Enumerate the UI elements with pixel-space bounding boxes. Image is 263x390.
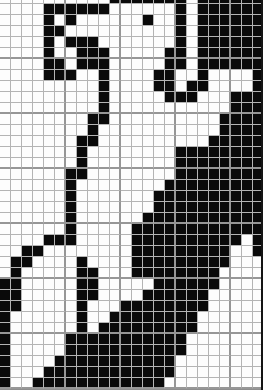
- grid-cell: [176, 334, 187, 345]
- grid-cell: [231, 202, 242, 213]
- grid-cell: [55, 367, 66, 378]
- grid-cell: [176, 378, 187, 389]
- grid-cell: [11, 301, 22, 312]
- grid-cell: [121, 246, 132, 257]
- grid-cell: [165, 81, 176, 92]
- grid-cell: [187, 15, 198, 26]
- grid-cell: [22, 334, 33, 345]
- grid-cell: [198, 59, 209, 70]
- grid-cell: [220, 191, 231, 202]
- grid-cell: [187, 92, 198, 103]
- grid-cell: [22, 312, 33, 323]
- grid-cell: [143, 125, 154, 136]
- grid-cell: [121, 81, 132, 92]
- grid-cell: [99, 147, 110, 158]
- grid-cell: [231, 92, 242, 103]
- grid-cell: [143, 180, 154, 191]
- grid-cell: [77, 323, 88, 334]
- grid-cell: [143, 323, 154, 334]
- grid-cell: [66, 334, 77, 345]
- grid-cell: [44, 334, 55, 345]
- grid-cell: [242, 4, 253, 15]
- grid-cell: [99, 312, 110, 323]
- grid-cell: [110, 224, 121, 235]
- grid-cell: [209, 147, 220, 158]
- grid-cell: [33, 114, 44, 125]
- grid-cell: [44, 235, 55, 246]
- grid-cell: [0, 147, 11, 158]
- grid-cell: [231, 136, 242, 147]
- grid-cell: [88, 224, 99, 235]
- grid-cell: [88, 356, 99, 367]
- grid-cell: [44, 290, 55, 301]
- grid-cell: [154, 378, 165, 389]
- grid-cell: [132, 103, 143, 114]
- grid-cell: [22, 158, 33, 169]
- grid-cell: [66, 246, 77, 257]
- grid-cell: [99, 48, 110, 59]
- grid-cell: [99, 125, 110, 136]
- grid-cell: [55, 224, 66, 235]
- grid-cell: [242, 158, 253, 169]
- grid-cell: [121, 158, 132, 169]
- grid-cell: [55, 147, 66, 158]
- grid-cell: [220, 312, 231, 323]
- grid-cell: [132, 114, 143, 125]
- grid-cell: [22, 356, 33, 367]
- grid-cell: [154, 48, 165, 59]
- grid-cell: [132, 136, 143, 147]
- grid-cell: [231, 235, 242, 246]
- grid-cell: [165, 180, 176, 191]
- grid-cell: [242, 235, 253, 246]
- grid-cell: [132, 224, 143, 235]
- grid-cell: [22, 202, 33, 213]
- grid-cell: [110, 48, 121, 59]
- grid-cell: [88, 147, 99, 158]
- grid-cell: [66, 103, 77, 114]
- grid-cell: [231, 37, 242, 48]
- grid-cell: [0, 301, 11, 312]
- grid-cell: [55, 202, 66, 213]
- grid-cell: [77, 290, 88, 301]
- grid-cell: [110, 213, 121, 224]
- grid-cell: [176, 15, 187, 26]
- grid-cell: [99, 345, 110, 356]
- grid-cell: [242, 191, 253, 202]
- grid-cell: [55, 37, 66, 48]
- grid-cell: [11, 191, 22, 202]
- grid-cell: [22, 224, 33, 235]
- grid-cell: [66, 125, 77, 136]
- grid-cell: [176, 26, 187, 37]
- grid-cell: [165, 48, 176, 59]
- grid-cell: [187, 279, 198, 290]
- grid-cell: [0, 169, 11, 180]
- grid-cell: [220, 92, 231, 103]
- grid-cell: [88, 367, 99, 378]
- grid-cell: [55, 15, 66, 26]
- grid-cell: [242, 257, 253, 268]
- grid-cell: [220, 345, 231, 356]
- grid-cell: [33, 235, 44, 246]
- grid-cell: [99, 4, 110, 15]
- grid-cell: [154, 224, 165, 235]
- grid-cell: [88, 26, 99, 37]
- grid-cell: [55, 334, 66, 345]
- grid-cell: [165, 367, 176, 378]
- grid-cell: [88, 4, 99, 15]
- grid-cell: [242, 290, 253, 301]
- grid-cell: [77, 246, 88, 257]
- grid-cell: [110, 257, 121, 268]
- grid-cell: [22, 279, 33, 290]
- grid-cell: [198, 125, 209, 136]
- grid-cell: [187, 202, 198, 213]
- grid-cell: [242, 136, 253, 147]
- grid-cell: [66, 290, 77, 301]
- grid-cell: [0, 323, 11, 334]
- grid-cell: [55, 81, 66, 92]
- grid-cell: [242, 356, 253, 367]
- grid-cell: [220, 246, 231, 257]
- grid-cell: [121, 180, 132, 191]
- grid-cell: [187, 345, 198, 356]
- grid-cell: [110, 4, 121, 15]
- grid-cell: [88, 103, 99, 114]
- grid-cell: [99, 180, 110, 191]
- grid-cell: [99, 334, 110, 345]
- grid-cell: [44, 114, 55, 125]
- grid-cell: [66, 356, 77, 367]
- grid-cell: [154, 334, 165, 345]
- grid-cell: [11, 356, 22, 367]
- grid-cell: [0, 257, 11, 268]
- grid-cell: [154, 290, 165, 301]
- grid-cell: [165, 224, 176, 235]
- grid-cell: [66, 169, 77, 180]
- grid-cell: [77, 312, 88, 323]
- grid-cell: [143, 224, 154, 235]
- grid-cell: [22, 125, 33, 136]
- grid-cell: [176, 312, 187, 323]
- grid-cell: [209, 290, 220, 301]
- grid-cell: [121, 48, 132, 59]
- grid-cell: [110, 323, 121, 334]
- grid-cell: [198, 268, 209, 279]
- grid-cell: [121, 26, 132, 37]
- grid-cell: [33, 158, 44, 169]
- grid-cell: [110, 114, 121, 125]
- grid-cell: [132, 202, 143, 213]
- grid-cell: [242, 301, 253, 312]
- grid-cell: [132, 301, 143, 312]
- grid-cell: [165, 268, 176, 279]
- grid-cell: [187, 378, 198, 389]
- grid-cell: [22, 26, 33, 37]
- grid-cell: [55, 345, 66, 356]
- grid-cell: [198, 202, 209, 213]
- grid-cell: [176, 213, 187, 224]
- grid-cell: [55, 59, 66, 70]
- grid-cell: [209, 224, 220, 235]
- grid-cell: [154, 367, 165, 378]
- grid-cell: [198, 334, 209, 345]
- grid-cell: [55, 26, 66, 37]
- grid-cell: [154, 345, 165, 356]
- grid-cell: [11, 279, 22, 290]
- grid-cell: [231, 257, 242, 268]
- grid-cell: [88, 37, 99, 48]
- grid-cell: [242, 92, 253, 103]
- grid-cell: [132, 158, 143, 169]
- grid-cell: [77, 202, 88, 213]
- grid-cell: [66, 136, 77, 147]
- grid-cell: [121, 290, 132, 301]
- grid-cell: [55, 114, 66, 125]
- grid-cell: [55, 312, 66, 323]
- grid-cell: [110, 169, 121, 180]
- grid-cell: [198, 301, 209, 312]
- grid-cell: [198, 26, 209, 37]
- grid-cell: [77, 268, 88, 279]
- grid-cell: [88, 92, 99, 103]
- grid-cell: [22, 191, 33, 202]
- grid-cell: [33, 59, 44, 70]
- grid-cell: [11, 202, 22, 213]
- grid-cell: [198, 323, 209, 334]
- grid-cell: [33, 378, 44, 389]
- grid-cell: [110, 235, 121, 246]
- grid-cell: [11, 103, 22, 114]
- grid-cell: [154, 158, 165, 169]
- grid-cell: [165, 290, 176, 301]
- grid-cell: [66, 235, 77, 246]
- grid-cell: [132, 290, 143, 301]
- grid-cell: [0, 37, 11, 48]
- grid-cell: [165, 257, 176, 268]
- grid-cell: [220, 158, 231, 169]
- grid-cell: [187, 268, 198, 279]
- grid-cell: [154, 323, 165, 334]
- grid-cell: [198, 103, 209, 114]
- grid-cell: [33, 301, 44, 312]
- grid-cell: [11, 290, 22, 301]
- grid-cell: [198, 356, 209, 367]
- grid-cell: [44, 345, 55, 356]
- grid-cell: [187, 213, 198, 224]
- grid-cell: [121, 202, 132, 213]
- grid-cell: [44, 367, 55, 378]
- grid-cell: [176, 4, 187, 15]
- grid-cell: [231, 147, 242, 158]
- grid-cell: [0, 81, 11, 92]
- grid-cell: [0, 268, 11, 279]
- grid-cell: [110, 26, 121, 37]
- grid-cell: [143, 26, 154, 37]
- grid-cell: [99, 191, 110, 202]
- grid-cell: [143, 92, 154, 103]
- grid-cell: [99, 378, 110, 389]
- grid-cell: [220, 4, 231, 15]
- grid-cell: [220, 26, 231, 37]
- grid-cell: [110, 81, 121, 92]
- grid-cell: [143, 378, 154, 389]
- grid-cell: [242, 279, 253, 290]
- grid-cell: [231, 213, 242, 224]
- grid-cell: [231, 268, 242, 279]
- grid-cell: [187, 147, 198, 158]
- grid-cell: [209, 257, 220, 268]
- grid-cell: [132, 246, 143, 257]
- grid-cell: [132, 26, 143, 37]
- grid-cell: [209, 169, 220, 180]
- grid-cell: [55, 180, 66, 191]
- grid-cell: [143, 103, 154, 114]
- grid-cell: [187, 48, 198, 59]
- grid-cell: [143, 246, 154, 257]
- grid-cell: [165, 323, 176, 334]
- grid-cell: [33, 345, 44, 356]
- grid-cell: [209, 191, 220, 202]
- grid-cell: [187, 4, 198, 15]
- grid-cell: [11, 224, 22, 235]
- grid-cell: [44, 37, 55, 48]
- grid-cell: [11, 257, 22, 268]
- grid-cell: [0, 48, 11, 59]
- grid-cell: [132, 92, 143, 103]
- grid-cell: [44, 257, 55, 268]
- grid-cell: [242, 114, 253, 125]
- grid-cell: [11, 378, 22, 389]
- grid-cell: [242, 169, 253, 180]
- grid-cell: [231, 180, 242, 191]
- grid-cell: [198, 147, 209, 158]
- grid-cell: [231, 356, 242, 367]
- grid-cell: [11, 92, 22, 103]
- grid-cell: [121, 345, 132, 356]
- grid-cell: [121, 213, 132, 224]
- grid-cell: [198, 191, 209, 202]
- grid-cell: [55, 279, 66, 290]
- grid-cell: [154, 125, 165, 136]
- grid-cell: [165, 70, 176, 81]
- grid-cell: [231, 158, 242, 169]
- grid-cell: [77, 136, 88, 147]
- grid-cell: [11, 125, 22, 136]
- grid-cell: [187, 224, 198, 235]
- grid-cell: [220, 81, 231, 92]
- grid-cell: [88, 180, 99, 191]
- grid-cell: [176, 103, 187, 114]
- grid-cell: [22, 147, 33, 158]
- grid-cell: [198, 257, 209, 268]
- grid-cell: [187, 191, 198, 202]
- grid-cell: [66, 345, 77, 356]
- grid-cell: [198, 15, 209, 26]
- grid-cell: [220, 103, 231, 114]
- grid-cell: [176, 224, 187, 235]
- grid-cell: [22, 114, 33, 125]
- grid-cell: [44, 59, 55, 70]
- grid-cell: [187, 257, 198, 268]
- grid-cell: [33, 125, 44, 136]
- grid-cell: [209, 48, 220, 59]
- grid-cell: [231, 81, 242, 92]
- grid-cell: [121, 334, 132, 345]
- grid-cell: [0, 345, 11, 356]
- grid-cell: [121, 103, 132, 114]
- grid-cell: [22, 323, 33, 334]
- grid-cell: [209, 70, 220, 81]
- grid-cell: [132, 235, 143, 246]
- grid-cell: [176, 323, 187, 334]
- grid-cell: [88, 323, 99, 334]
- grid-cell: [110, 378, 121, 389]
- grid-cell: [209, 136, 220, 147]
- grid-cell: [55, 4, 66, 15]
- grid-cell: [187, 59, 198, 70]
- grid-cell: [242, 48, 253, 59]
- grid-cell: [33, 246, 44, 257]
- grid-cell: [77, 4, 88, 15]
- grid-cell: [242, 103, 253, 114]
- grid-cell: [88, 312, 99, 323]
- grid-cell: [33, 180, 44, 191]
- grid-cell: [176, 81, 187, 92]
- grid-cell: [33, 323, 44, 334]
- grid-cell: [242, 37, 253, 48]
- grid-cell: [66, 15, 77, 26]
- grid-cell: [154, 37, 165, 48]
- grid-cell: [198, 114, 209, 125]
- grid-cell: [143, 158, 154, 169]
- grid-cell: [0, 4, 11, 15]
- grid-cell: [121, 279, 132, 290]
- grid-cell: [165, 356, 176, 367]
- grid-cell: [55, 125, 66, 136]
- grid-cell: [110, 345, 121, 356]
- grid-cell: [55, 136, 66, 147]
- grid-cell: [209, 59, 220, 70]
- grid-cell: [231, 312, 242, 323]
- grid-cell: [66, 191, 77, 202]
- grid-cell: [132, 312, 143, 323]
- grid-cell: [132, 279, 143, 290]
- grid-cell: [143, 367, 154, 378]
- grid-cell: [66, 81, 77, 92]
- grid-cell: [33, 279, 44, 290]
- grid-cell: [242, 70, 253, 81]
- grid-cell: [121, 37, 132, 48]
- grid-cell: [11, 15, 22, 26]
- grid-cell: [88, 158, 99, 169]
- grid-cell: [154, 312, 165, 323]
- grid-cell: [165, 246, 176, 257]
- grid-cell: [209, 312, 220, 323]
- grid-cell: [242, 246, 253, 257]
- grid-cell: [220, 180, 231, 191]
- grid-cell: [132, 180, 143, 191]
- grid-cell: [55, 191, 66, 202]
- grid-cell: [88, 15, 99, 26]
- grid-cell: [22, 70, 33, 81]
- grid-cell: [55, 301, 66, 312]
- grid-cell: [110, 356, 121, 367]
- grid-cell: [22, 257, 33, 268]
- grid-cell: [88, 279, 99, 290]
- grid-cell: [77, 345, 88, 356]
